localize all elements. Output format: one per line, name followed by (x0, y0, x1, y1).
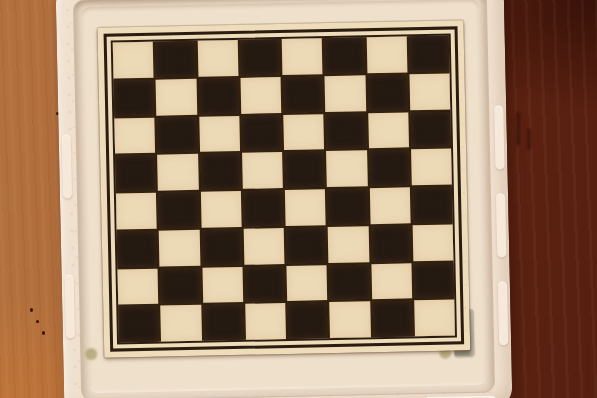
square-g2 (371, 263, 412, 300)
square-d1 (245, 303, 286, 340)
square-e2 (286, 265, 327, 302)
square-d3 (243, 228, 284, 265)
wood-dark-streak (516, 112, 520, 146)
square-c6 (199, 115, 240, 152)
square-a7 (114, 79, 155, 116)
square-b3 (159, 230, 200, 267)
square-h4 (412, 186, 453, 223)
wood-dark-streak (527, 128, 531, 150)
square-g6 (368, 112, 409, 149)
square-d7 (240, 77, 281, 114)
square-d5 (242, 152, 283, 189)
square-c2 (202, 266, 243, 303)
square-f1 (329, 301, 370, 338)
square-e1 (287, 302, 328, 339)
molded-edge-bump (496, 193, 506, 257)
board-grid (113, 36, 455, 343)
square-b6 (157, 116, 198, 153)
square-a2 (117, 268, 158, 305)
square-g3 (370, 225, 411, 262)
square-g7 (367, 74, 408, 111)
molded-edge-bump (65, 274, 75, 338)
square-e4 (285, 189, 326, 226)
square-e8 (282, 38, 323, 75)
square-h2 (413, 262, 454, 299)
square-c1 (203, 304, 244, 341)
board-outer-border-line (104, 26, 465, 351)
square-c3 (201, 229, 242, 266)
square-d8 (239, 39, 280, 76)
square-d4 (243, 190, 284, 227)
molded-edge-bump (498, 281, 508, 345)
square-c7 (198, 78, 239, 115)
square-g1 (372, 301, 413, 338)
square-f5 (326, 151, 367, 188)
square-h1 (414, 300, 455, 337)
square-c4 (200, 191, 241, 228)
square-h7 (409, 73, 450, 110)
square-b7 (156, 79, 197, 116)
square-h5 (411, 149, 452, 186)
square-e5 (284, 151, 325, 188)
square-g5 (369, 150, 410, 187)
square-d6 (241, 115, 282, 152)
square-b2 (160, 267, 201, 304)
styrofoam-case (56, 0, 513, 398)
wood-speck (30, 308, 33, 312)
square-a5 (115, 155, 156, 192)
square-d2 (244, 266, 285, 303)
molded-edge-bump (494, 105, 504, 169)
square-b5 (157, 154, 198, 191)
square-f7 (325, 75, 366, 112)
square-a8 (113, 42, 154, 79)
molded-edge-bump (62, 134, 72, 198)
square-a1 (118, 306, 159, 343)
square-f2 (329, 264, 370, 301)
square-a3 (117, 230, 158, 267)
square-e3 (286, 227, 327, 264)
square-e6 (283, 114, 324, 151)
square-h8 (408, 36, 449, 73)
square-a4 (116, 193, 157, 230)
square-f3 (328, 226, 369, 263)
square-a6 (114, 117, 155, 154)
square-f4 (327, 188, 368, 225)
square-f6 (326, 113, 367, 150)
board-inner-border-line (111, 33, 457, 344)
photo-scene (0, 0, 597, 398)
square-c5 (200, 153, 241, 190)
square-f8 (324, 37, 365, 74)
chessboard (97, 20, 470, 358)
wood-speck (36, 320, 39, 323)
square-b8 (155, 41, 196, 78)
square-h3 (412, 224, 453, 261)
square-c8 (197, 40, 238, 77)
square-g4 (369, 187, 410, 224)
square-e7 (283, 76, 324, 113)
square-g8 (366, 36, 407, 73)
square-h6 (410, 111, 451, 148)
square-b1 (161, 305, 202, 342)
wood-speck (42, 331, 45, 335)
square-b4 (158, 192, 199, 229)
